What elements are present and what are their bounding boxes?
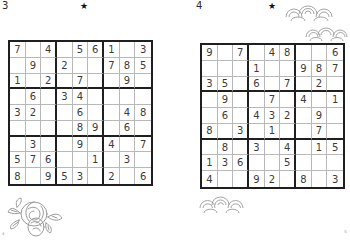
cell-r4c4[interactable]: 3 bbox=[57, 89, 73, 105]
cell-r8c7[interactable] bbox=[296, 155, 312, 171]
cell-r7c6[interactable] bbox=[88, 137, 104, 153]
cell-r2c2[interactable] bbox=[218, 61, 234, 77]
cell-r8c7[interactable] bbox=[104, 152, 120, 168]
cell-r5c1[interactable]: 3 bbox=[10, 105, 26, 121]
cell-r9c8[interactable] bbox=[120, 168, 136, 184]
sudoku-grid-puzzle-3: 7456139278512796343264889639475761389532… bbox=[8, 40, 153, 186]
cell-r7c2[interactable]: 8 bbox=[218, 140, 234, 156]
cell-r9c6[interactable] bbox=[88, 168, 104, 184]
cell-r6c6[interactable] bbox=[280, 124, 296, 140]
cloud-decoration-top-upper bbox=[284, 4, 338, 24]
cell-r9c2[interactable] bbox=[26, 168, 42, 184]
cell-r6c9[interactable] bbox=[327, 124, 343, 140]
cell-r6c3[interactable]: 3 bbox=[233, 124, 249, 140]
cell-r6c7[interactable] bbox=[296, 124, 312, 140]
cell-r8c2[interactable]: 7 bbox=[26, 152, 42, 168]
cell-r4c5[interactable]: 4 bbox=[73, 89, 89, 105]
cell-r3c1[interactable]: 3 bbox=[202, 77, 218, 93]
cell-r2c8[interactable]: 8 bbox=[312, 61, 328, 77]
cell-r7c3[interactable] bbox=[41, 137, 57, 153]
cell-r2c9[interactable]: 7 bbox=[327, 61, 343, 77]
cell-r6c2[interactable] bbox=[26, 121, 42, 137]
cell-r5c1[interactable] bbox=[202, 108, 218, 124]
cell-r1c3[interactable]: 7 bbox=[233, 45, 249, 61]
cell-r5c5[interactable]: 6 bbox=[73, 105, 89, 121]
cell-r7c9[interactable]: 5 bbox=[327, 140, 343, 156]
cell-r9c6[interactable] bbox=[280, 171, 296, 187]
cell-r6c1[interactable] bbox=[10, 121, 26, 137]
cell-r6c4[interactable] bbox=[249, 124, 265, 140]
cell-r9c3[interactable] bbox=[233, 171, 249, 187]
cell-r5c6[interactable] bbox=[88, 105, 104, 121]
cell-r4c2[interactable]: 6 bbox=[26, 89, 42, 105]
cell-r9c9[interactable]: 6 bbox=[135, 168, 151, 184]
cell-r6c7[interactable] bbox=[104, 121, 120, 137]
cell-r5c9[interactable]: 8 bbox=[135, 105, 151, 121]
cell-r4c9[interactable] bbox=[135, 89, 151, 105]
cell-r2c8[interactable]: 8 bbox=[120, 58, 136, 74]
cell-r2c4[interactable]: 2 bbox=[57, 58, 73, 74]
cell-r6c4[interactable] bbox=[57, 121, 73, 137]
cell-r8c6[interactable]: 1 bbox=[88, 152, 104, 168]
cell-r7c4[interactable]: 3 bbox=[249, 140, 265, 156]
cell-r4c7[interactable] bbox=[104, 89, 120, 105]
cell-r2c5[interactable] bbox=[73, 58, 89, 74]
cell-r3c5[interactable] bbox=[265, 77, 281, 93]
cell-r1c8[interactable] bbox=[120, 42, 136, 58]
cell-r7c3[interactable] bbox=[233, 140, 249, 156]
cell-r7c7[interactable] bbox=[296, 140, 312, 156]
cell-r3c6[interactable]: 7 bbox=[280, 77, 296, 93]
cell-r2c4[interactable]: 1 bbox=[249, 61, 265, 77]
cell-r5c5[interactable]: 3 bbox=[265, 108, 281, 124]
cell-r2c2[interactable]: 9 bbox=[26, 58, 42, 74]
cell-r8c1[interactable]: 1 bbox=[202, 155, 218, 171]
cell-r8c1[interactable]: 5 bbox=[10, 152, 26, 168]
cell-r3c4[interactable]: 6 bbox=[249, 77, 265, 93]
cell-r4c4[interactable] bbox=[249, 92, 265, 108]
cell-r8c3[interactable]: 6 bbox=[233, 155, 249, 171]
cell-r7c8[interactable] bbox=[120, 137, 136, 153]
cell-r3c2[interactable]: 5 bbox=[218, 77, 234, 93]
cell-r2c1[interactable] bbox=[202, 61, 218, 77]
cell-r3c8[interactable]: 2 bbox=[312, 77, 328, 93]
cell-r5c8[interactable]: 4 bbox=[120, 105, 136, 121]
cell-r6c2[interactable] bbox=[218, 124, 234, 140]
cell-r5c2[interactable]: 2 bbox=[26, 105, 42, 121]
cell-r3c1[interactable]: 1 bbox=[10, 74, 26, 90]
cell-r9c3[interactable]: 9 bbox=[41, 168, 57, 184]
left-puzzle-number: 3 bbox=[2, 1, 8, 11]
flower-illustration bbox=[6, 195, 64, 237]
cell-r9c9[interactable]: 3 bbox=[327, 171, 343, 187]
cell-r3c2[interactable] bbox=[26, 74, 42, 90]
cell-r8c9[interactable] bbox=[327, 155, 343, 171]
cell-r2c6[interactable] bbox=[88, 58, 104, 74]
cell-r6c1[interactable]: 8 bbox=[202, 124, 218, 140]
cell-r7c5[interactable] bbox=[265, 140, 281, 156]
cell-r3c7[interactable] bbox=[296, 77, 312, 93]
cell-r7c7[interactable]: 4 bbox=[104, 137, 120, 153]
cell-r4c1[interactable] bbox=[202, 92, 218, 108]
left-difficulty-star: ★ bbox=[80, 1, 88, 11]
cell-r1c3[interactable]: 4 bbox=[41, 42, 57, 58]
cell-r1c2[interactable] bbox=[218, 45, 234, 61]
cell-r6c3[interactable] bbox=[41, 121, 57, 137]
cell-r3c9[interactable] bbox=[135, 74, 151, 90]
cell-r3c9[interactable] bbox=[327, 77, 343, 93]
cell-r6c5[interactable]: 1 bbox=[265, 124, 281, 140]
cell-r4c7[interactable]: 4 bbox=[296, 92, 312, 108]
cell-r2c9[interactable]: 5 bbox=[135, 58, 151, 74]
cell-r7c1[interactable] bbox=[202, 140, 218, 156]
cell-r3c4[interactable] bbox=[57, 74, 73, 90]
cell-r9c1[interactable]: 8 bbox=[10, 168, 26, 184]
cell-r4c8[interactable] bbox=[312, 92, 328, 108]
cell-r5c7[interactable] bbox=[104, 105, 120, 121]
cell-r7c4[interactable] bbox=[57, 137, 73, 153]
cell-r4c6[interactable] bbox=[88, 89, 104, 105]
cell-r1c6[interactable]: 6 bbox=[88, 42, 104, 58]
cell-r9c4[interactable]: 9 bbox=[249, 171, 265, 187]
cell-r5c2[interactable]: 6 bbox=[218, 108, 234, 124]
cell-r2c7[interactable]: 7 bbox=[104, 58, 120, 74]
cell-r5c9[interactable] bbox=[327, 108, 343, 124]
cell-r1c8[interactable] bbox=[312, 45, 328, 61]
cell-r1c5[interactable]: 4 bbox=[265, 45, 281, 61]
cell-r7c9[interactable]: 7 bbox=[135, 137, 151, 153]
cell-r9c7[interactable]: 2 bbox=[104, 168, 120, 184]
cell-r7c1[interactable] bbox=[10, 137, 26, 153]
cell-r8c5[interactable] bbox=[73, 152, 89, 168]
right-puzzle-number: 4 bbox=[196, 1, 202, 11]
cell-r3c5[interactable]: 7 bbox=[73, 74, 89, 90]
cell-r8c6[interactable]: 5 bbox=[280, 155, 296, 171]
sudoku-grid-puzzle-4: 9748619873567297416432983178341513654928… bbox=[200, 43, 345, 189]
cell-r2c3[interactable] bbox=[233, 61, 249, 77]
cloud-decoration-bottom bbox=[198, 195, 248, 217]
cell-r8c4[interactable] bbox=[57, 152, 73, 168]
cell-r9c7[interactable]: 8 bbox=[296, 171, 312, 187]
cell-r7c5[interactable]: 9 bbox=[73, 137, 89, 153]
cell-r3c7[interactable] bbox=[104, 74, 120, 90]
cell-r2c5[interactable] bbox=[265, 61, 281, 77]
cell-r5c3[interactable] bbox=[41, 105, 57, 121]
cell-r8c9[interactable] bbox=[135, 152, 151, 168]
cell-r5c8[interactable]: 9 bbox=[312, 108, 328, 124]
cell-r2c6[interactable] bbox=[280, 61, 296, 77]
cell-r1c2[interactable] bbox=[26, 42, 42, 58]
cell-r9c2[interactable] bbox=[218, 171, 234, 187]
cell-r1c9[interactable]: 3 bbox=[135, 42, 151, 58]
cell-r3c3[interactable]: 2 bbox=[41, 74, 57, 90]
cell-r4c3[interactable] bbox=[41, 89, 57, 105]
cell-r1c9[interactable]: 6 bbox=[327, 45, 343, 61]
cell-r6c8[interactable]: 6 bbox=[120, 121, 136, 137]
cell-r4c5[interactable]: 7 bbox=[265, 92, 281, 108]
cell-r8c8[interactable]: 3 bbox=[120, 152, 136, 168]
cell-r1c6[interactable]: 8 bbox=[280, 45, 296, 61]
cell-r6c6[interactable]: 9 bbox=[88, 121, 104, 137]
cell-r5c4[interactable]: 4 bbox=[249, 108, 265, 124]
cell-r4c1[interactable] bbox=[10, 89, 26, 105]
cell-r3c8[interactable]: 9 bbox=[120, 74, 136, 90]
cell-r8c8[interactable] bbox=[312, 155, 328, 171]
cloud-decoration-top-lower bbox=[304, 26, 350, 44]
book-spread: { "game": "sudoku", "book": { "left_page… bbox=[0, 0, 350, 241]
cell-r5c7[interactable] bbox=[296, 108, 312, 124]
cell-r6c8[interactable]: 7 bbox=[312, 124, 328, 140]
cell-r4c9[interactable]: 1 bbox=[327, 92, 343, 108]
cell-r1c7[interactable]: 1 bbox=[104, 42, 120, 58]
cell-r5c3[interactable] bbox=[233, 108, 249, 124]
cell-r9c8[interactable] bbox=[312, 171, 328, 187]
cell-r1c1[interactable]: 9 bbox=[202, 45, 218, 61]
cell-r7c2[interactable]: 3 bbox=[26, 137, 42, 153]
cell-r8c2[interactable]: 3 bbox=[218, 155, 234, 171]
right-difficulty-star: ★ bbox=[268, 1, 276, 11]
cell-r8c5[interactable] bbox=[265, 155, 281, 171]
cell-r7c6[interactable]: 4 bbox=[280, 140, 296, 156]
cell-r8c3[interactable]: 6 bbox=[41, 152, 57, 168]
cell-r4c2[interactable]: 9 bbox=[218, 92, 234, 108]
cell-r8c4[interactable] bbox=[249, 155, 265, 171]
cell-r3c6[interactable] bbox=[88, 74, 104, 90]
cell-r4c8[interactable] bbox=[120, 89, 136, 105]
cell-r1c7[interactable] bbox=[296, 45, 312, 61]
cell-r2c7[interactable]: 9 bbox=[296, 61, 312, 77]
cell-r6c5[interactable]: 8 bbox=[73, 121, 89, 137]
cell-r4c3[interactable] bbox=[233, 92, 249, 108]
cell-r9c5[interactable]: 3 bbox=[73, 168, 89, 184]
cell-r7c8[interactable]: 1 bbox=[312, 140, 328, 156]
left-page-number: 4 bbox=[2, 232, 4, 236]
cell-r1c4[interactable] bbox=[57, 42, 73, 58]
cell-r5c6[interactable]: 2 bbox=[280, 108, 296, 124]
right-page-number: 5 bbox=[345, 230, 347, 234]
cell-r4c6[interactable] bbox=[280, 92, 296, 108]
cell-r2c1[interactable] bbox=[10, 58, 26, 74]
cell-r6c9[interactable] bbox=[135, 121, 151, 137]
cell-r5c4[interactable] bbox=[57, 105, 73, 121]
cell-r9c1[interactable]: 4 bbox=[202, 171, 218, 187]
cell-r2c3[interactable] bbox=[41, 58, 57, 74]
cell-r3c3[interactable] bbox=[233, 77, 249, 93]
cell-r1c4[interactable] bbox=[249, 45, 265, 61]
cell-r9c5[interactable]: 2 bbox=[265, 171, 281, 187]
cell-r1c1[interactable]: 7 bbox=[10, 42, 26, 58]
cell-r1c5[interactable]: 5 bbox=[73, 42, 89, 58]
cell-r9c4[interactable]: 5 bbox=[57, 168, 73, 184]
